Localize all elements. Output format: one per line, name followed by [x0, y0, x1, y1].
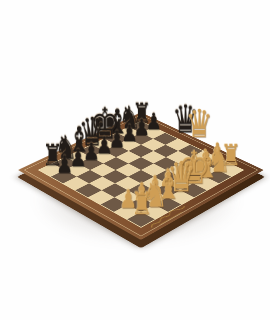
board-square [101, 197, 128, 212]
board-square [141, 177, 167, 191]
board-square [77, 170, 103, 183]
board-square [88, 190, 115, 204]
board-top-surface [18, 112, 264, 240]
board-square [180, 170, 206, 183]
board-square [75, 183, 101, 197]
board-square [154, 183, 180, 197]
board-square [154, 170, 180, 183]
board-square [167, 177, 193, 191]
board-square [127, 212, 154, 227]
chess-board: ♜♞♝♛♚♝♞♜♟♟♟♟♟♟♟♟♟♟♟♟♟♟♟♟♜♞♝♛♚♝♞♜♛♛ [18, 112, 264, 240]
board-square [51, 170, 77, 183]
board-square [141, 204, 168, 219]
board-square [114, 190, 141, 204]
board-square [89, 177, 115, 191]
board-square [102, 183, 128, 197]
board-grid [38, 121, 244, 228]
board-square [168, 190, 195, 204]
board-square [180, 183, 206, 197]
board-square [193, 177, 219, 191]
board-square [63, 177, 89, 191]
board-square [128, 197, 155, 212]
board-square [114, 204, 141, 219]
board-square [102, 170, 128, 183]
board-square [115, 177, 141, 191]
board-square [128, 170, 154, 183]
board-square [141, 190, 168, 204]
board-square [205, 170, 231, 183]
board-square [154, 197, 181, 212]
board-square [128, 183, 154, 197]
product-photo: ♜♞♝♛♚♝♞♜♟♟♟♟♟♟♟♟♟♟♟♟♟♟♟♟♜♞♝♛♚♝♞♜♛♛ [0, 0, 270, 320]
